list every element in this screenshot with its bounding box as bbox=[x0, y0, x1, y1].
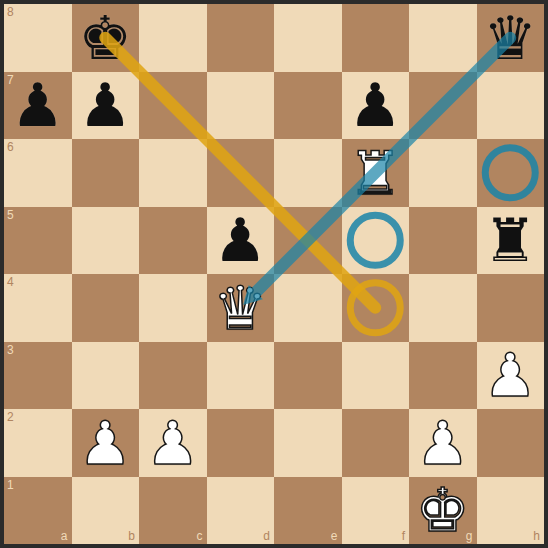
square-c8[interactable] bbox=[139, 4, 207, 72]
square-c1[interactable]: c bbox=[139, 477, 207, 545]
square-f1[interactable]: f bbox=[342, 477, 410, 545]
rank-label-6: 6 bbox=[7, 141, 14, 153]
rank-label-1: 1 bbox=[7, 479, 14, 491]
square-h2[interactable] bbox=[477, 409, 545, 477]
file-label-f: f bbox=[402, 530, 405, 542]
square-b1[interactable]: b bbox=[72, 477, 140, 545]
square-h7[interactable] bbox=[477, 72, 545, 140]
black-pawn[interactable]: ♟ bbox=[72, 72, 140, 140]
square-e5[interactable] bbox=[274, 207, 342, 275]
square-c7[interactable] bbox=[139, 72, 207, 140]
square-b3[interactable] bbox=[72, 342, 140, 410]
square-g5[interactable] bbox=[409, 207, 477, 275]
square-f8[interactable] bbox=[342, 4, 410, 72]
file-label-d: d bbox=[263, 530, 270, 542]
square-h8[interactable]: ♛ bbox=[477, 4, 545, 72]
square-d5[interactable]: ♟ bbox=[207, 207, 275, 275]
file-label-h: h bbox=[533, 530, 540, 542]
rank-label-2: 2 bbox=[7, 411, 14, 423]
square-d3[interactable] bbox=[207, 342, 275, 410]
white-queen[interactable]: ♛ bbox=[207, 274, 275, 342]
square-f2[interactable] bbox=[342, 409, 410, 477]
square-g1[interactable]: g♚ bbox=[409, 477, 477, 545]
white-pawn[interactable]: ♟ bbox=[139, 409, 207, 477]
square-g2[interactable]: ♟ bbox=[409, 409, 477, 477]
square-c2[interactable]: ♟ bbox=[139, 409, 207, 477]
square-a4[interactable]: 4 bbox=[4, 274, 72, 342]
square-h1[interactable]: h bbox=[477, 477, 545, 545]
square-e6[interactable] bbox=[274, 139, 342, 207]
square-d4[interactable]: ♛ bbox=[207, 274, 275, 342]
file-label-c: c bbox=[197, 530, 203, 542]
square-e3[interactable] bbox=[274, 342, 342, 410]
square-a1[interactable]: 1a bbox=[4, 477, 72, 545]
square-d6[interactable] bbox=[207, 139, 275, 207]
square-e7[interactable] bbox=[274, 72, 342, 140]
file-label-e: e bbox=[331, 530, 338, 542]
square-g7[interactable] bbox=[409, 72, 477, 140]
square-a3[interactable]: 3 bbox=[4, 342, 72, 410]
square-c4[interactable] bbox=[139, 274, 207, 342]
square-b4[interactable] bbox=[72, 274, 140, 342]
square-b2[interactable]: ♟ bbox=[72, 409, 140, 477]
black-pawn[interactable]: ♟ bbox=[4, 72, 72, 140]
board-grid: 8♚♛7♟♟♟6♜5♟♜4♛3♟2♟♟♟1abcdefg♚h bbox=[4, 4, 544, 544]
square-a8[interactable]: 8 bbox=[4, 4, 72, 72]
square-g3[interactable] bbox=[409, 342, 477, 410]
square-d2[interactable] bbox=[207, 409, 275, 477]
rank-label-4: 4 bbox=[7, 276, 14, 288]
rank-label-8: 8 bbox=[7, 6, 14, 18]
black-king[interactable]: ♚ bbox=[72, 4, 140, 72]
square-h4[interactable] bbox=[477, 274, 545, 342]
square-c6[interactable] bbox=[139, 139, 207, 207]
square-h6[interactable] bbox=[477, 139, 545, 207]
square-f6[interactable]: ♜ bbox=[342, 139, 410, 207]
square-d7[interactable] bbox=[207, 72, 275, 140]
square-c3[interactable] bbox=[139, 342, 207, 410]
rank-label-3: 3 bbox=[7, 344, 14, 356]
square-g6[interactable] bbox=[409, 139, 477, 207]
square-a6[interactable]: 6 bbox=[4, 139, 72, 207]
square-d8[interactable] bbox=[207, 4, 275, 72]
square-b7[interactable]: ♟ bbox=[72, 72, 140, 140]
black-pawn[interactable]: ♟ bbox=[207, 207, 275, 275]
white-king[interactable]: ♚ bbox=[409, 477, 477, 545]
black-queen[interactable]: ♛ bbox=[477, 4, 545, 72]
white-pawn[interactable]: ♟ bbox=[477, 342, 545, 410]
square-g4[interactable] bbox=[409, 274, 477, 342]
white-pawn[interactable]: ♟ bbox=[72, 409, 140, 477]
white-pawn[interactable]: ♟ bbox=[409, 409, 477, 477]
square-e1[interactable]: e bbox=[274, 477, 342, 545]
square-a2[interactable]: 2 bbox=[4, 409, 72, 477]
chess-board: 8♚♛7♟♟♟6♜5♟♜4♛3♟2♟♟♟1abcdefg♚h bbox=[0, 0, 548, 548]
white-rook[interactable]: ♜ bbox=[342, 139, 410, 207]
square-h3[interactable]: ♟ bbox=[477, 342, 545, 410]
square-e4[interactable] bbox=[274, 274, 342, 342]
square-f7[interactable]: ♟ bbox=[342, 72, 410, 140]
square-b5[interactable] bbox=[72, 207, 140, 275]
black-pawn[interactable]: ♟ bbox=[342, 72, 410, 140]
square-h5[interactable]: ♜ bbox=[477, 207, 545, 275]
file-label-b: b bbox=[128, 530, 135, 542]
square-b6[interactable] bbox=[72, 139, 140, 207]
square-c5[interactable] bbox=[139, 207, 207, 275]
square-e8[interactable] bbox=[274, 4, 342, 72]
square-a5[interactable]: 5 bbox=[4, 207, 72, 275]
square-a7[interactable]: 7♟ bbox=[4, 72, 72, 140]
file-label-a: a bbox=[61, 530, 68, 542]
square-b8[interactable]: ♚ bbox=[72, 4, 140, 72]
square-f3[interactable] bbox=[342, 342, 410, 410]
square-e2[interactable] bbox=[274, 409, 342, 477]
black-rook[interactable]: ♜ bbox=[477, 207, 545, 275]
square-d1[interactable]: d bbox=[207, 477, 275, 545]
square-f4[interactable] bbox=[342, 274, 410, 342]
square-f5[interactable] bbox=[342, 207, 410, 275]
square-g8[interactable] bbox=[409, 4, 477, 72]
rank-label-5: 5 bbox=[7, 209, 14, 221]
